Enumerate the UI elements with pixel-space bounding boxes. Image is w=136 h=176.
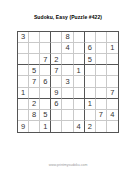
sudoku-cell-r9c1: 9 [18,121,29,132]
sudoku-cell-r1c3 [40,32,51,43]
sudoku-cell-r8c6 [74,110,85,121]
sudoku-cell-r4c3 [40,65,51,76]
sudoku-cell-r4c5 [62,65,73,76]
sudoku-cell-r7c3 [40,99,51,110]
sudoku-cell-r2c5: 4 [62,43,73,54]
sudoku-cell-r5c7 [85,76,96,87]
sudoku-cell-r4c4: 7 [51,65,62,76]
sudoku-cell-r6c4: 9 [51,88,62,99]
sudoku-cell-r3c9 [107,54,118,65]
sudoku-cell-r1c5: 8 [62,32,73,43]
sudoku-cell-r8c9: 4 [107,110,118,121]
sudoku-cell-r1c8 [96,32,107,43]
sudoku-cell-r5c4 [51,76,62,87]
sudoku-cell-r3c2 [29,54,40,65]
sudoku-cell-r5c9 [107,76,118,87]
sudoku-cell-r3c8 [96,54,107,65]
sudoku-cell-r3c4: 2 [51,54,62,65]
sudoku-cell-r1c2 [29,32,40,43]
sudoku-cell-r9c8 [96,121,107,132]
sudoku-cell-r9c3: 1 [40,121,51,132]
sudoku-cell-r4c7 [85,65,96,76]
sudoku-cell-r1c7 [85,32,96,43]
sudoku-cell-r4c9 [107,65,118,76]
sudoku-cell-r7c8 [96,99,107,110]
sudoku-cell-r6c2 [29,88,40,99]
sudoku-cell-r4c2: 5 [29,65,40,76]
footer-url: www.printmysudoku.com [0,163,136,167]
sudoku-cell-r9c9 [107,121,118,132]
sudoku-cell-r6c5 [62,88,73,99]
sudoku-cell-r9c7: 2 [85,121,96,132]
sudoku-cell-r9c4 [51,121,62,132]
sudoku-cell-r5c8 [96,76,107,87]
sudoku-cell-r7c1 [18,99,29,110]
sudoku-cell-r2c2 [29,43,40,54]
sudoku-cell-r9c6: 4 [74,121,85,132]
sudoku-cell-r8c2: 8 [29,110,40,121]
sudoku-cell-r2c1 [18,43,29,54]
sudoku-cell-r1c1: 3 [18,32,29,43]
sudoku-cell-r5c5: 3 [62,76,73,87]
sudoku-cell-r7c9 [107,99,118,110]
sudoku-cell-r1c6 [74,32,85,43]
sudoku-cell-r8c4 [51,110,62,121]
sudoku-cell-r2c8 [96,43,107,54]
sudoku-cell-r5c6 [74,76,85,87]
sudoku-cell-r7c2: 2 [29,99,40,110]
sudoku-cell-r6c6 [74,88,85,99]
sudoku-cell-r8c1 [18,110,29,121]
sudoku-grid: 3846172557176319726185749142 [17,31,119,133]
sudoku-cell-r6c9: 7 [107,88,118,99]
sudoku-cell-r5c2: 7 [29,76,40,87]
sudoku-cell-r8c8: 7 [96,110,107,121]
sudoku-cell-r6c3 [40,88,51,99]
sudoku-cell-r6c8 [96,88,107,99]
sudoku-cell-r3c7: 5 [85,54,96,65]
sudoku-cell-r2c7: 6 [85,43,96,54]
sudoku-cell-r8c5 [62,110,73,121]
sudoku-cell-r3c3: 7 [40,54,51,65]
sudoku-cell-r8c7 [85,110,96,121]
sudoku-cell-r1c9 [107,32,118,43]
page-title: Sudoku, Easy (Puzzle #422) [0,14,136,20]
sudoku-cell-r4c1 [18,65,29,76]
sudoku-cell-r9c5 [62,121,73,132]
sudoku-cell-r3c5 [62,54,73,65]
sudoku-cell-r7c5 [62,99,73,110]
sudoku-cell-r6c7 [85,88,96,99]
sudoku-cell-r9c2 [29,121,40,132]
sudoku-cell-r2c9: 1 [107,43,118,54]
sudoku-cell-r3c6 [74,54,85,65]
sudoku-cell-r6c1: 1 [18,88,29,99]
sudoku-cell-r2c4 [51,43,62,54]
sudoku-cell-r1c4 [51,32,62,43]
sudoku-cell-r2c6 [74,43,85,54]
sudoku-cell-r7c4: 6 [51,99,62,110]
sudoku-cell-r4c8 [96,65,107,76]
sudoku-cell-r5c3: 6 [40,76,51,87]
sudoku-cell-r7c7: 1 [85,99,96,110]
sudoku-cell-r8c3: 5 [40,110,51,121]
sudoku-cell-r3c1 [18,54,29,65]
sudoku-cell-r7c6 [74,99,85,110]
sudoku-cell-r2c3 [40,43,51,54]
sudoku-cell-r5c1 [18,76,29,87]
sudoku-cell-r4c6: 1 [74,65,85,76]
